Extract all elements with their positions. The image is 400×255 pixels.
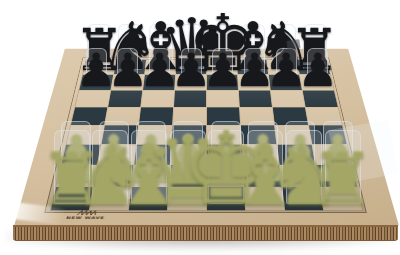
photo-stage: /\/\/\/\ NEW WAVE ♜♞♝♛♚♝♞♜♟♟♟♟♟♟♟♟♟♟♟♟♟♟… [0,0,400,255]
piece-black-pawn-h7[interactable]: ♟ [297,47,338,93]
stand-print-mark [286,39,300,50]
piece-white-rook-h1[interactable]: ♜ [310,143,375,215]
pieces-layer: ♜♞♝♛♚♝♞♜♟♟♟♟♟♟♟♟♟♟♟♟♟♟♟♟♜♞♝♛♚♝♞♜ [0,0,400,255]
